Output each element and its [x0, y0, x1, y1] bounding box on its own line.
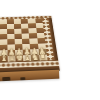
chess-piece-white-rook[interactable]: ♜	[39, 52, 48, 60]
chess-piece-white-bishop[interactable]: ♝	[0, 54, 8, 62]
board-surface: ♟♟♟♟♟♟♟♟♜♞♝♛♚♝♞♜	[0, 16, 60, 74]
box-front-face	[0, 69, 59, 82]
square-h1[interactable]: ♜	[39, 55, 47, 61]
product-photo: ♟♟♟♟♟♟♟♟♜♞♝♛♚♝♞♜	[0, 0, 100, 100]
hinge-icon	[20, 77, 25, 80]
chess-set: ♟♟♟♟♟♟♟♟♜♞♝♛♚♝♞♜	[0, 2, 66, 98]
hinge-icon	[2, 77, 10, 81]
board-row: ♟♟♟♟♟♟♟♟♜♞♝♛♚♝♞♜	[0, 18, 58, 62]
square-c1[interactable]: ♝	[0, 56, 8, 62]
chess-board[interactable]: ♟♟♟♟♟♟♟♟♜♞♝♛♚♝♞♜	[0, 18, 47, 62]
